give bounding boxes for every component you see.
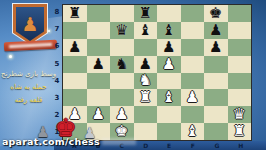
square-c5: ♞ [110,56,134,73]
square-h4 [228,73,252,90]
white-queen-piece: ♛ [233,107,246,122]
square-b8 [87,5,111,22]
black-pawn-piece: ♟ [209,40,222,55]
square-c3 [110,89,134,106]
square-h3 [228,89,252,106]
video-thumbnail: ♟ وسط بازی شطرنج حمله به شاه قلعه رفته ♜… [0,0,266,150]
square-e1 [157,123,181,140]
black-king-piece: ♚ [209,6,222,21]
watermark: aparat.com/chess [2,136,136,147]
black-pawn-piece: ♟ [209,23,222,38]
square-d8: ♜ [134,5,158,22]
black-queen-piece: ♛ [115,23,128,38]
square-b5: ♟ [87,56,111,73]
square-h8 [228,5,252,22]
square-c4 [110,73,134,90]
square-f4 [181,73,205,90]
square-e7: ♝ [157,22,181,39]
square-d5: ♟ [134,56,158,73]
square-g3 [204,89,228,106]
rank-label-5: 5 [53,60,61,68]
file-label-g: G [214,142,219,149]
white-pawn-piece: ♟ [115,107,128,122]
black-rook-piece: ♜ [68,6,81,21]
square-a8: ♜ [63,5,87,22]
square-f8 [181,5,205,22]
square-h1: ♜ [228,123,252,140]
square-e4 [157,73,181,90]
square-c8 [110,5,134,22]
square-h7 [228,22,252,39]
black-pawn-piece: ♟ [68,40,81,55]
square-f1: ♝ [181,123,205,140]
square-g6: ♟ [204,39,228,56]
caption-line-1: وسط بازی شطرنج [0,68,57,81]
square-f6 [181,39,205,56]
black-pawn-piece: ♟ [92,57,105,72]
square-h6 [228,39,252,56]
watermark-text: aparat.com/chess [2,136,100,147]
rank-label-7: 7 [53,25,61,33]
pawn-icon: ♟ [21,13,38,35]
caption-line-3: قلعه رفته [0,94,57,107]
rank-label-4: 4 [53,77,61,85]
white-pawn-piece: ♟ [162,57,175,72]
file-label-e: E [167,142,171,149]
caption-block: وسط بازی شطرنج حمله به شاه قلعه رفته [0,68,57,107]
square-d4: ♞ [134,73,158,90]
black-bishop-piece: ♝ [139,23,152,38]
file-label-h: H [238,142,243,149]
caption-line-2: حمله به شاه [0,81,57,94]
square-c7: ♛ [110,22,134,39]
file-label-d: D [143,142,148,149]
square-g8: ♚ [204,5,228,22]
file-label-f: F [191,142,195,149]
sparkle-icon [48,30,50,32]
square-d2 [134,106,158,123]
square-f3: ♟ [181,89,205,106]
rank-label-8: 8 [53,8,61,16]
square-a5 [63,56,87,73]
square-d7: ♝ [134,22,158,39]
ribbon-text-illegible [9,43,52,48]
square-a7 [63,22,87,39]
square-e6: ♟ [157,39,181,56]
square-g4 [204,73,228,90]
black-pawn-piece: ♟ [139,57,152,72]
square-e8 [157,5,181,22]
white-pawn-piece: ♟ [186,90,199,105]
square-b4 [87,73,111,90]
white-bishop-piece: ♝ [162,90,175,105]
square-a6: ♟ [63,39,87,56]
black-bishop-piece: ♝ [162,23,175,38]
square-f7 [181,22,205,39]
square-c2: ♟ [110,106,134,123]
square-a3 [63,89,87,106]
square-h2: ♛ [228,106,252,123]
square-f5 [181,56,205,73]
square-g2 [204,106,228,123]
square-b6 [87,39,111,56]
black-knight-piece: ♞ [115,57,128,72]
square-c6 [110,39,134,56]
square-d1 [134,123,158,140]
square-d3: ♜ [134,89,158,106]
square-e3: ♝ [157,89,181,106]
square-h5 [228,56,252,73]
square-a4 [63,73,87,90]
sparkle-icon [9,55,12,58]
white-rook-piece: ♜ [233,124,246,139]
square-g7: ♟ [204,22,228,39]
square-b3 [87,89,111,106]
square-f2 [181,106,205,123]
black-rook-piece: ♜ [139,6,152,21]
black-pawn-piece: ♟ [162,40,175,55]
white-knight-piece: ♞ [139,73,152,88]
square-g5 [204,56,228,73]
rank-label-6: 6 [53,42,61,50]
watermark-faded-tail [102,138,136,145]
white-bishop-piece: ♝ [186,124,199,139]
square-e5: ♟ [157,56,181,73]
white-rook-piece: ♜ [139,90,152,105]
rank-label-3: 3 [53,94,61,102]
square-d6 [134,39,158,56]
square-b7 [87,22,111,39]
square-g1 [204,123,228,140]
square-e2 [157,106,181,123]
